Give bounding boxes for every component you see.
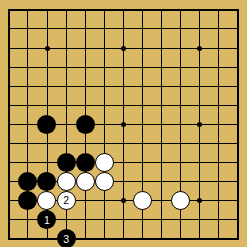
intersection [37,172,56,191]
stone-black: 3 [57,229,76,247]
intersection [133,191,152,210]
intersection: 2 [57,191,76,210]
stones-grid: 213 [0,0,247,247]
move-number-label: 2 [63,195,69,206]
stone-white [76,172,95,191]
intersection: 3 [57,229,76,247]
stone-black: 1 [37,210,56,229]
stone-black [76,153,95,172]
intersection [57,172,76,191]
intersection [76,115,95,134]
intersection [37,191,56,210]
intersection [18,172,37,191]
stone-white [95,153,114,172]
stone-white: 2 [57,191,76,210]
intersection [95,172,114,191]
intersection [95,153,114,172]
stone-white [95,172,114,191]
stone-black [57,153,76,172]
stone-black [76,115,95,134]
stone-white [37,191,56,210]
stone-white [171,191,190,210]
move-number-label: 1 [44,215,50,226]
stone-white [57,172,76,191]
move-number-label: 3 [63,234,69,245]
stone-black [18,172,37,191]
go-board: 213 [0,0,247,247]
intersection [18,191,37,210]
intersection [57,153,76,172]
stone-black [37,172,56,191]
intersection [171,191,190,210]
intersection [76,172,95,191]
intersection [76,153,95,172]
stone-black [37,115,56,134]
intersection: 1 [37,210,56,229]
stone-white [133,191,152,210]
intersection [37,115,56,134]
stone-black [18,191,37,210]
